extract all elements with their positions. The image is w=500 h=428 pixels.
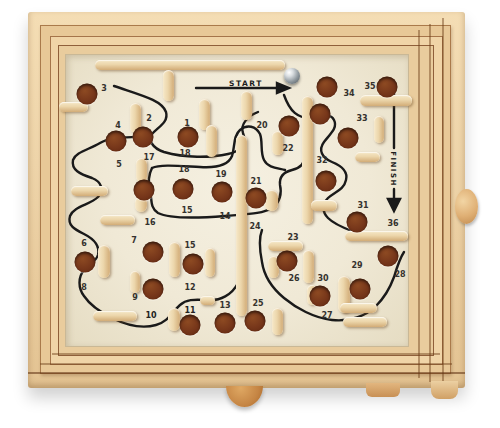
trap-hole-2 bbox=[133, 127, 154, 148]
trap-hole-35 bbox=[377, 77, 398, 98]
trap-hole-6 bbox=[75, 252, 96, 273]
hole-number: 25 bbox=[252, 299, 263, 308]
hole-number: 12 bbox=[184, 283, 195, 292]
trap-hole-13 bbox=[215, 313, 236, 334]
hole-number: 15 bbox=[184, 241, 195, 250]
hole-number: 24 bbox=[249, 222, 260, 231]
trap-hole-21 bbox=[246, 188, 267, 209]
trap-hole-36 bbox=[378, 246, 399, 267]
wooden-peg bbox=[265, 190, 278, 211]
wooden-peg bbox=[340, 303, 377, 313]
start-label: START bbox=[229, 79, 263, 88]
hole-number: 19 bbox=[215, 170, 226, 179]
finish-label: FINISH bbox=[389, 151, 397, 187]
wooden-peg bbox=[303, 250, 314, 283]
trap-hole-15 bbox=[183, 254, 204, 275]
wooden-peg bbox=[268, 241, 303, 251]
wooden-peg bbox=[345, 231, 408, 241]
hole-number: 9 bbox=[132, 293, 138, 302]
hole-number: 16 bbox=[144, 218, 155, 227]
trap-hole-30 bbox=[310, 286, 331, 307]
trap-hole-1 bbox=[178, 127, 199, 148]
trap-hole-7 bbox=[143, 242, 164, 263]
trap-hole-11 bbox=[180, 315, 201, 336]
hole-number: 28 bbox=[394, 270, 405, 279]
wooden-peg bbox=[163, 70, 174, 101]
trap-hole-19 bbox=[212, 182, 233, 203]
hole-number: 29 bbox=[351, 261, 362, 270]
wooden-peg bbox=[95, 60, 285, 70]
trap-hole-34 bbox=[317, 77, 338, 98]
trap-hole bbox=[310, 104, 331, 125]
steel-ball bbox=[284, 68, 300, 84]
hole-number: 20 bbox=[256, 121, 267, 130]
hole-number: 36 bbox=[387, 219, 398, 228]
wooden-peg bbox=[100, 215, 135, 225]
hole-number: 11 bbox=[184, 306, 195, 315]
hole-number: 26 bbox=[288, 274, 299, 283]
hole-number: 31 bbox=[357, 201, 368, 210]
hole-number: 13 bbox=[219, 301, 230, 310]
wooden-peg bbox=[205, 248, 215, 277]
wooden-peg bbox=[311, 200, 337, 211]
trap-hole-29 bbox=[350, 279, 371, 300]
labyrinth-game-photo: 3421202235343332313651718181921161514242… bbox=[0, 0, 500, 428]
trap-hole-25 bbox=[245, 311, 266, 332]
wooden-peg bbox=[241, 91, 252, 120]
hole-number: 7 bbox=[131, 236, 137, 245]
hole-number: 27 bbox=[321, 311, 332, 320]
wooden-peg bbox=[236, 135, 247, 316]
hole-number: 18 bbox=[179, 149, 190, 158]
hole-number: 33 bbox=[356, 114, 367, 123]
wooden-peg bbox=[272, 308, 283, 335]
trap-hole-20 bbox=[279, 116, 300, 137]
hole-number: 3 bbox=[101, 84, 107, 93]
hole-number: 10 bbox=[145, 311, 156, 320]
hole-number: 21 bbox=[250, 177, 261, 186]
wooden-peg bbox=[374, 116, 384, 143]
wooden-peg bbox=[200, 296, 215, 305]
wooden-peg bbox=[98, 245, 110, 278]
hole-number: 30 bbox=[317, 274, 328, 283]
hole-number: 23 bbox=[287, 233, 298, 242]
hole-number: 22 bbox=[282, 144, 293, 153]
wooden-peg bbox=[343, 317, 387, 327]
hole-number: 2 bbox=[146, 114, 152, 123]
hole-number: 4 bbox=[115, 121, 121, 130]
hole-number: 8 bbox=[81, 283, 87, 292]
trap-hole-33 bbox=[338, 128, 359, 149]
trap-hole-17 bbox=[134, 180, 155, 201]
wooden-peg bbox=[130, 271, 140, 293]
hole-number: 15 bbox=[181, 206, 192, 215]
hole-number: 6 bbox=[81, 239, 87, 248]
hole-number: 32 bbox=[316, 156, 327, 165]
trap-hole-9 bbox=[143, 279, 164, 300]
wooden-peg bbox=[355, 152, 380, 162]
trap-hole-31 bbox=[347, 212, 368, 233]
hole-number: 1 bbox=[184, 119, 190, 128]
wooden-peg bbox=[206, 125, 217, 157]
trap-hole-18 bbox=[173, 179, 194, 200]
wooden-peg bbox=[272, 131, 283, 155]
wooden-peg bbox=[169, 242, 180, 277]
hole-number: 5 bbox=[116, 160, 122, 169]
trap-hole-4 bbox=[106, 131, 127, 152]
wooden-peg bbox=[71, 186, 108, 196]
hole-number: 14 bbox=[219, 212, 230, 221]
wooden-peg bbox=[136, 158, 147, 182]
trap-hole-3 bbox=[77, 84, 98, 105]
trap-hole-32 bbox=[316, 171, 337, 192]
hole-number: 35 bbox=[364, 82, 375, 91]
hole-number: 18 bbox=[178, 165, 189, 174]
wooden-peg bbox=[93, 311, 137, 321]
hole-number: 34 bbox=[343, 89, 354, 98]
trap-hole-23 bbox=[277, 251, 298, 272]
wooden-peg bbox=[168, 308, 180, 331]
hole-number: 17 bbox=[143, 153, 154, 162]
